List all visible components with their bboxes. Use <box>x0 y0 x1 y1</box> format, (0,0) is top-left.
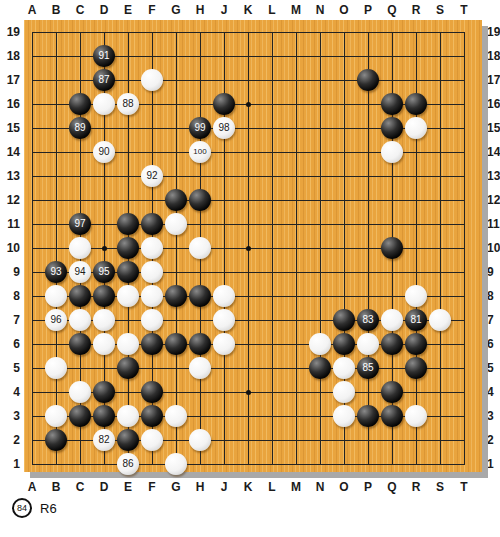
move-number: 96 <box>50 315 61 325</box>
stone-S7 <box>429 309 451 331</box>
move-number: 86 <box>122 459 133 469</box>
row-label-left-9: 9 <box>0 264 20 280</box>
stone-R5 <box>405 357 427 379</box>
stone-G3 <box>165 405 187 427</box>
move-number: 95 <box>98 267 109 277</box>
stone-J7 <box>213 309 235 331</box>
stone-H5 <box>189 357 211 379</box>
stone-J8 <box>213 285 235 307</box>
row-label-left-4: 4 <box>0 384 20 400</box>
column-label-top-C: C <box>70 2 90 18</box>
column-label-bottom-L: L <box>262 479 282 495</box>
stone-H15: 99 <box>189 117 211 139</box>
row-label-left-13: 13 <box>0 168 20 184</box>
column-label-bottom-P: P <box>358 479 378 495</box>
column-label-top-E: E <box>118 2 138 18</box>
stone-E6 <box>117 333 139 355</box>
stone-P6 <box>357 333 379 355</box>
column-label-bottom-S: S <box>430 479 450 495</box>
move-number: 89 <box>74 123 85 133</box>
stone-Q10 <box>381 237 403 259</box>
column-label-top-T: T <box>454 2 474 18</box>
column-label-bottom-J: J <box>214 479 234 495</box>
move-number: 100 <box>193 148 206 156</box>
column-label-bottom-A: A <box>22 479 42 495</box>
row-label-left-12: 12 <box>0 192 20 208</box>
caption-move-number: 84 <box>17 503 27 513</box>
move-number: 83 <box>362 315 373 325</box>
stone-B9: 93 <box>45 261 67 283</box>
stone-E16: 88 <box>117 93 139 115</box>
move-number: 90 <box>98 147 109 157</box>
row-label-right-8: 8 <box>487 288 500 304</box>
stone-O5 <box>333 357 355 379</box>
row-label-left-18: 18 <box>0 48 20 64</box>
column-label-top-K: K <box>238 2 258 18</box>
stone-D9: 95 <box>93 261 115 283</box>
stone-E8 <box>117 285 139 307</box>
stone-D7 <box>93 309 115 331</box>
star-point-K10 <box>246 246 251 251</box>
stone-B7: 96 <box>45 309 67 331</box>
column-label-bottom-C: C <box>70 479 90 495</box>
stone-H14: 100 <box>189 141 211 163</box>
stone-P7: 83 <box>357 309 379 331</box>
stone-F4 <box>141 381 163 403</box>
stone-O7 <box>333 309 355 331</box>
row-label-left-7: 7 <box>0 312 20 328</box>
column-label-top-S: S <box>430 2 450 18</box>
stone-D16 <box>93 93 115 115</box>
stone-C3 <box>69 405 91 427</box>
move-number: 99 <box>194 123 205 133</box>
stone-P5: 85 <box>357 357 379 379</box>
column-label-bottom-E: E <box>118 479 138 495</box>
stone-E5 <box>117 357 139 379</box>
stone-C15: 89 <box>69 117 91 139</box>
stone-E1: 86 <box>117 453 139 475</box>
stone-H12 <box>189 189 211 211</box>
row-label-right-9: 9 <box>487 264 500 280</box>
stone-E11 <box>117 213 139 235</box>
stone-F8 <box>141 285 163 307</box>
stone-B3 <box>45 405 67 427</box>
row-label-right-16: 16 <box>487 96 500 112</box>
column-label-bottom-K: K <box>238 479 258 495</box>
row-label-left-19: 19 <box>0 24 20 40</box>
row-label-left-3: 3 <box>0 408 20 424</box>
row-label-right-7: 7 <box>487 312 500 328</box>
stone-P3 <box>357 405 379 427</box>
row-label-right-11: 11 <box>487 216 500 232</box>
stone-C8 <box>69 285 91 307</box>
stone-Q4 <box>381 381 403 403</box>
move-number: 81 <box>410 315 421 325</box>
stone-F9 <box>141 261 163 283</box>
stone-D18: 91 <box>93 45 115 67</box>
stone-B2 <box>45 429 67 451</box>
stone-C11: 97 <box>69 213 91 235</box>
stone-D14: 90 <box>93 141 115 163</box>
stone-N6 <box>309 333 331 355</box>
stone-F3 <box>141 405 163 427</box>
stone-E3 <box>117 405 139 427</box>
row-label-right-2: 2 <box>487 432 500 448</box>
stone-R3 <box>405 405 427 427</box>
row-label-left-5: 5 <box>0 360 20 376</box>
stone-F10 <box>141 237 163 259</box>
stone-H6 <box>189 333 211 355</box>
caption-move-stone: 84 <box>12 498 32 518</box>
row-label-right-14: 14 <box>487 144 500 160</box>
stone-C16 <box>69 93 91 115</box>
stone-H2 <box>189 429 211 451</box>
stone-J6 <box>213 333 235 355</box>
row-label-right-18: 18 <box>487 48 500 64</box>
stone-D6 <box>93 333 115 355</box>
stone-G8 <box>165 285 187 307</box>
stone-Q16 <box>381 93 403 115</box>
row-label-left-14: 14 <box>0 144 20 160</box>
stone-Q3 <box>381 405 403 427</box>
stone-O6 <box>333 333 355 355</box>
move-number: 87 <box>98 75 109 85</box>
column-label-bottom-B: B <box>46 479 66 495</box>
stone-C9: 94 <box>69 261 91 283</box>
column-label-top-D: D <box>94 2 114 18</box>
stone-N5 <box>309 357 331 379</box>
move-number: 98 <box>218 123 229 133</box>
row-label-right-5: 5 <box>487 360 500 376</box>
stone-G11 <box>165 213 187 235</box>
stone-Q6 <box>381 333 403 355</box>
stone-H10 <box>189 237 211 259</box>
row-label-right-12: 12 <box>487 192 500 208</box>
column-label-bottom-R: R <box>406 479 426 495</box>
column-label-bottom-T: T <box>454 479 474 495</box>
stone-R16 <box>405 93 427 115</box>
move-number: 91 <box>98 51 109 61</box>
stone-R15 <box>405 117 427 139</box>
stone-Q7 <box>381 309 403 331</box>
stone-R6 <box>405 333 427 355</box>
row-label-right-15: 15 <box>487 120 500 136</box>
row-label-left-1: 1 <box>0 456 20 472</box>
stone-P17 <box>357 69 379 91</box>
stone-C7 <box>69 309 91 331</box>
row-label-right-6: 6 <box>487 336 500 352</box>
stone-F11 <box>141 213 163 235</box>
stone-E2 <box>117 429 139 451</box>
column-label-top-G: G <box>166 2 186 18</box>
row-label-right-10: 10 <box>487 240 500 256</box>
stone-B8 <box>45 285 67 307</box>
row-label-left-8: 8 <box>0 288 20 304</box>
column-label-bottom-Q: Q <box>382 479 402 495</box>
stone-E10 <box>117 237 139 259</box>
caption: 84 R6 <box>12 498 57 518</box>
stone-E9 <box>117 261 139 283</box>
stone-J16 <box>213 93 235 115</box>
stone-J15: 98 <box>213 117 235 139</box>
row-label-left-17: 17 <box>0 72 20 88</box>
column-label-bottom-H: H <box>190 479 210 495</box>
board: 918788899998901009297939495968381858286 <box>24 20 482 472</box>
stone-F13: 92 <box>141 165 163 187</box>
stone-R8 <box>405 285 427 307</box>
star-point-D10 <box>102 246 107 251</box>
stone-F17 <box>141 69 163 91</box>
move-number: 93 <box>50 267 61 277</box>
column-label-top-A: A <box>22 2 42 18</box>
move-number: 94 <box>74 267 85 277</box>
stone-D8 <box>93 285 115 307</box>
star-point-K4 <box>246 390 251 395</box>
column-label-top-P: P <box>358 2 378 18</box>
stone-F2 <box>141 429 163 451</box>
stone-O4 <box>333 381 355 403</box>
stone-D4 <box>93 381 115 403</box>
move-number: 92 <box>146 171 157 181</box>
stone-Q15 <box>381 117 403 139</box>
column-label-bottom-O: O <box>334 479 354 495</box>
row-label-left-16: 16 <box>0 96 20 112</box>
stone-D3 <box>93 405 115 427</box>
stone-G12 <box>165 189 187 211</box>
row-label-left-2: 2 <box>0 432 20 448</box>
row-label-right-3: 3 <box>487 408 500 424</box>
column-label-bottom-M: M <box>286 479 306 495</box>
move-number: 85 <box>362 363 373 373</box>
column-label-top-O: O <box>334 2 354 18</box>
row-label-left-15: 15 <box>0 120 20 136</box>
stone-D17: 87 <box>93 69 115 91</box>
stone-C4 <box>69 381 91 403</box>
stone-F7 <box>141 309 163 331</box>
move-number: 97 <box>74 219 85 229</box>
column-label-top-F: F <box>142 2 162 18</box>
stone-D2: 82 <box>93 429 115 451</box>
column-label-top-H: H <box>190 2 210 18</box>
row-label-right-13: 13 <box>487 168 500 184</box>
row-label-right-19: 19 <box>487 24 500 40</box>
move-number: 82 <box>98 435 109 445</box>
stone-R7: 81 <box>405 309 427 331</box>
column-label-top-L: L <box>262 2 282 18</box>
stone-O3 <box>333 405 355 427</box>
column-label-bottom-N: N <box>310 479 330 495</box>
stone-F6 <box>141 333 163 355</box>
row-label-right-1: 1 <box>487 456 500 472</box>
move-number: 88 <box>122 99 133 109</box>
stone-H8 <box>189 285 211 307</box>
column-label-top-N: N <box>310 2 330 18</box>
row-label-left-6: 6 <box>0 336 20 352</box>
column-label-top-J: J <box>214 2 234 18</box>
row-label-right-17: 17 <box>487 72 500 88</box>
column-label-top-R: R <box>406 2 426 18</box>
stone-Q14 <box>381 141 403 163</box>
star-point-K16 <box>246 102 251 107</box>
row-label-left-11: 11 <box>0 216 20 232</box>
row-label-left-10: 10 <box>0 240 20 256</box>
stone-G6 <box>165 333 187 355</box>
column-label-bottom-D: D <box>94 479 114 495</box>
stone-C6 <box>69 333 91 355</box>
caption-coordinate: R6 <box>40 501 57 516</box>
stone-G1 <box>165 453 187 475</box>
go-diagram: ABCDEFGHJKLMNOPQRST ABCDEFGHJKLMNOPQRST … <box>0 0 500 537</box>
column-label-bottom-F: F <box>142 479 162 495</box>
column-label-top-B: B <box>46 2 66 18</box>
row-label-right-4: 4 <box>487 384 500 400</box>
column-label-top-M: M <box>286 2 306 18</box>
stone-C10 <box>69 237 91 259</box>
stone-B5 <box>45 357 67 379</box>
column-label-top-Q: Q <box>382 2 402 18</box>
column-label-bottom-G: G <box>166 479 186 495</box>
